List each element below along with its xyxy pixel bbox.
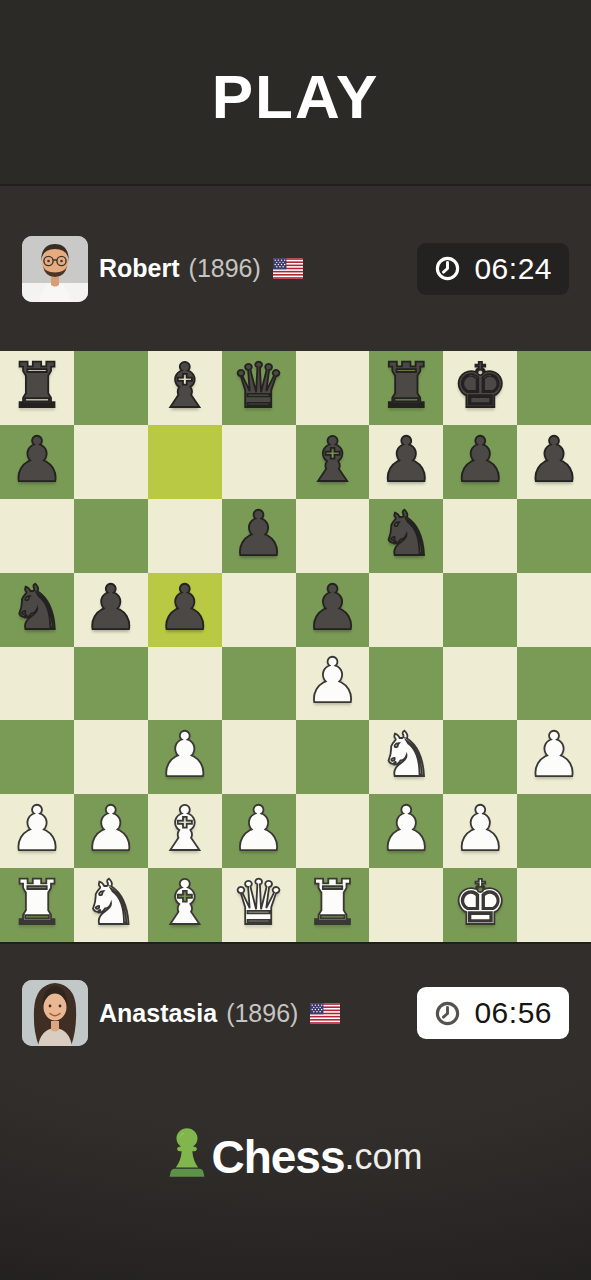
- square-g6[interactable]: [443, 499, 517, 573]
- square-a7[interactable]: ♟: [0, 425, 74, 499]
- square-a4[interactable]: [0, 647, 74, 721]
- player-clock: 06:56: [417, 987, 569, 1039]
- black-rook: ♜: [9, 355, 65, 417]
- square-h1[interactable]: [517, 868, 591, 942]
- opponent-rating: (1896): [189, 254, 261, 283]
- square-f3[interactable]: ♞: [369, 720, 443, 794]
- opponent-clock: 06:24: [417, 243, 569, 295]
- black-king: ♚: [452, 355, 508, 417]
- black-knight: ♞: [9, 577, 65, 639]
- black-pawn: ♟: [231, 503, 287, 565]
- square-d1[interactable]: ♛: [222, 868, 296, 942]
- square-a8[interactable]: ♜: [0, 351, 74, 425]
- square-d3[interactable]: [222, 720, 296, 794]
- square-c3[interactable]: ♟: [148, 720, 222, 794]
- square-g4[interactable]: [443, 647, 517, 721]
- square-f4[interactable]: [369, 647, 443, 721]
- square-c1[interactable]: ♝: [148, 868, 222, 942]
- square-b4[interactable]: [74, 647, 148, 721]
- white-king: ♚: [452, 872, 508, 934]
- chesscom-logo: Chess .com: [0, 1128, 591, 1185]
- clock-icon: [434, 1000, 461, 1027]
- square-g1[interactable]: ♚: [443, 868, 517, 942]
- header: PLAY: [0, 0, 591, 184]
- us-flag-icon: [273, 258, 303, 279]
- square-b8[interactable]: [74, 351, 148, 425]
- square-g8[interactable]: ♚: [443, 351, 517, 425]
- square-b5[interactable]: ♟: [74, 573, 148, 647]
- square-a1[interactable]: ♜: [0, 868, 74, 942]
- square-h6[interactable]: [517, 499, 591, 573]
- square-b2[interactable]: ♟: [74, 794, 148, 868]
- square-e7[interactable]: ♝: [296, 425, 370, 499]
- square-g3[interactable]: [443, 720, 517, 794]
- black-pawn: ♟: [379, 429, 435, 491]
- player-row: Anastasia (1896): [0, 980, 591, 1046]
- square-d6[interactable]: ♟: [222, 499, 296, 573]
- white-rook: ♜: [9, 872, 65, 934]
- logo-text-chess: Chess: [211, 1130, 344, 1184]
- avatar-anastasia[interactable]: [22, 980, 88, 1046]
- player-panel: Anastasia (1896): [0, 942, 591, 1280]
- clock-icon: [434, 255, 461, 282]
- square-g7[interactable]: ♟: [443, 425, 517, 499]
- square-f1[interactable]: [369, 868, 443, 942]
- square-h8[interactable]: [517, 351, 591, 425]
- opponent-identity: Robert (1896): [99, 254, 303, 283]
- avatar-anastasia-illustration: [22, 980, 88, 1046]
- square-a5[interactable]: ♞: [0, 573, 74, 647]
- opponent-panel: Robert (1896): [0, 184, 591, 351]
- square-a3[interactable]: [0, 720, 74, 794]
- chess-app: PLAY Robert (1896): [0, 0, 591, 1280]
- white-rook: ♜: [305, 872, 361, 934]
- square-h3[interactable]: ♟: [517, 720, 591, 794]
- square-d7[interactable]: [222, 425, 296, 499]
- square-h2[interactable]: [517, 794, 591, 868]
- square-c8[interactable]: ♝: [148, 351, 222, 425]
- white-bishop: ♝: [157, 798, 213, 860]
- player-name: Anastasia: [99, 999, 217, 1028]
- us-flag-icon: [310, 1003, 340, 1024]
- white-pawn: ♟: [231, 798, 287, 860]
- square-d8[interactable]: ♛: [222, 351, 296, 425]
- square-b7[interactable]: [74, 425, 148, 499]
- black-pawn: ♟: [157, 577, 213, 639]
- white-knight: ♞: [379, 724, 435, 786]
- square-e4[interactable]: ♟: [296, 647, 370, 721]
- square-d2[interactable]: ♟: [222, 794, 296, 868]
- logo-text-com: .com: [345, 1136, 423, 1178]
- white-pawn: ♟: [526, 724, 582, 786]
- square-e2[interactable]: [296, 794, 370, 868]
- player-clock-time: 06:56: [474, 996, 552, 1030]
- square-e8[interactable]: [296, 351, 370, 425]
- square-c6[interactable]: [148, 499, 222, 573]
- black-pawn: ♟: [83, 577, 139, 639]
- black-pawn: ♟: [9, 429, 65, 491]
- black-knight: ♞: [379, 503, 435, 565]
- square-a6[interactable]: [0, 499, 74, 573]
- square-c5[interactable]: ♟: [148, 573, 222, 647]
- square-d5[interactable]: [222, 573, 296, 647]
- white-pawn: ♟: [379, 798, 435, 860]
- square-h7[interactable]: ♟: [517, 425, 591, 499]
- white-pawn: ♟: [9, 798, 65, 860]
- square-b3[interactable]: [74, 720, 148, 794]
- square-f2[interactable]: ♟: [369, 794, 443, 868]
- square-f7[interactable]: ♟: [369, 425, 443, 499]
- square-f5[interactable]: [369, 573, 443, 647]
- square-e6[interactable]: [296, 499, 370, 573]
- chess-board: ♜♝♛♜♚♟♝♟♟♟♟♞♞♟♟♟♟♟♞♟♟♟♝♟♟♟♜♞♝♛♜♚: [0, 351, 591, 942]
- player-rating: (1896): [226, 999, 298, 1028]
- black-pawn: ♟: [305, 577, 361, 639]
- white-pawn: ♟: [83, 798, 139, 860]
- black-rook: ♜: [379, 355, 435, 417]
- player-identity: Anastasia (1896): [99, 999, 340, 1028]
- black-queen: ♛: [231, 355, 287, 417]
- square-d4[interactable]: [222, 647, 296, 721]
- square-e3[interactable]: [296, 720, 370, 794]
- square-c2[interactable]: ♝: [148, 794, 222, 868]
- square-c7[interactable]: [148, 425, 222, 499]
- white-pawn: ♟: [305, 650, 361, 712]
- square-f6[interactable]: ♞: [369, 499, 443, 573]
- black-bishop: ♝: [157, 355, 213, 417]
- square-g2[interactable]: ♟: [443, 794, 517, 868]
- black-pawn: ♟: [452, 429, 508, 491]
- white-pawn: ♟: [157, 724, 213, 786]
- square-g5[interactable]: [443, 573, 517, 647]
- square-a2[interactable]: ♟: [0, 794, 74, 868]
- white-pawn: ♟: [452, 798, 508, 860]
- square-b6[interactable]: [74, 499, 148, 573]
- square-c4[interactable]: [148, 647, 222, 721]
- avatar-robert[interactable]: [22, 236, 88, 302]
- white-bishop: ♝: [157, 872, 213, 934]
- square-e5[interactable]: ♟: [296, 573, 370, 647]
- square-h4[interactable]: [517, 647, 591, 721]
- square-e1[interactable]: ♜: [296, 868, 370, 942]
- white-knight: ♞: [83, 872, 139, 934]
- black-pawn: ♟: [526, 429, 582, 491]
- square-f8[interactable]: ♜: [369, 351, 443, 425]
- avatar-robert-illustration: [22, 236, 88, 302]
- green-pawn-logo-icon: [168, 1126, 206, 1183]
- black-bishop: ♝: [305, 429, 361, 491]
- square-b1[interactable]: ♞: [74, 868, 148, 942]
- opponent-name: Robert: [99, 254, 180, 283]
- opponent-clock-time: 06:24: [474, 252, 552, 286]
- white-queen: ♛: [231, 872, 287, 934]
- square-h5[interactable]: [517, 573, 591, 647]
- page-title: PLAY: [212, 61, 380, 132]
